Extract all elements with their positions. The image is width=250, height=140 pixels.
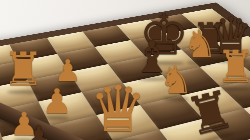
piece-black-pawn-captured[interactable]: ♟ [24, 122, 54, 140]
piece-white-queen[interactable]: ♛ [86, 77, 150, 140]
chess-set-photo: ♜♟♟♛♝♚♞♞♜♛♜♜♟♟ [0, 0, 250, 140]
piece-white-pawn[interactable]: ♟ [40, 84, 74, 118]
pieces-layer: ♜♟♟♛♝♚♞♞♜♛♜♜♟♟ [0, 0, 250, 140]
